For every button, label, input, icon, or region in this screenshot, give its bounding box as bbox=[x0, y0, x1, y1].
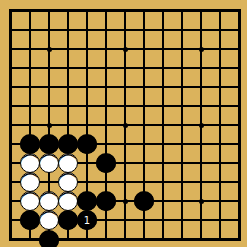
grid-cell bbox=[125, 68, 144, 87]
go-board-diagram: ●●●●○○○●○○○○○●●●●○●●1● bbox=[0, 0, 247, 247]
grid-cell bbox=[163, 163, 182, 182]
grid-cell bbox=[106, 49, 125, 68]
black-stone: ● bbox=[39, 134, 59, 154]
grid-cell bbox=[125, 125, 144, 144]
grid-cell bbox=[182, 30, 201, 49]
grid-cell bbox=[182, 144, 201, 163]
white-stone-glyph: ○ bbox=[39, 210, 59, 230]
grid-cell bbox=[49, 106, 68, 125]
black-stone: ● bbox=[96, 153, 116, 173]
grid-cell bbox=[201, 106, 220, 125]
grid-cell bbox=[220, 144, 239, 163]
star-point bbox=[199, 123, 204, 128]
move-number-label: 1 bbox=[77, 210, 97, 230]
grid-cell bbox=[49, 49, 68, 68]
grid-cell bbox=[163, 11, 182, 30]
grid-cell bbox=[106, 11, 125, 30]
black-stone-glyph: ● bbox=[96, 191, 116, 211]
grid-cell bbox=[30, 11, 49, 30]
grid-cell bbox=[49, 11, 68, 30]
grid-cell bbox=[163, 201, 182, 220]
grid-cell bbox=[87, 49, 106, 68]
grid-cell bbox=[106, 125, 125, 144]
grid-cell bbox=[201, 163, 220, 182]
grid-cell bbox=[201, 144, 220, 163]
star-point bbox=[199, 47, 204, 52]
white-stone: ○ bbox=[58, 191, 78, 211]
grid-cell bbox=[144, 106, 163, 125]
grid-cell bbox=[125, 87, 144, 106]
grid-cell bbox=[144, 49, 163, 68]
grid-cell bbox=[220, 68, 239, 87]
grid-cell bbox=[11, 106, 30, 125]
grid-cell bbox=[163, 30, 182, 49]
grid-cell bbox=[220, 106, 239, 125]
grid-cell bbox=[201, 49, 220, 68]
grid-cell bbox=[144, 163, 163, 182]
grid-cell bbox=[30, 30, 49, 49]
grid-cell bbox=[68, 87, 87, 106]
grid-cell bbox=[144, 11, 163, 30]
star-point bbox=[123, 199, 128, 204]
grid-cell bbox=[68, 11, 87, 30]
grid-cell bbox=[220, 30, 239, 49]
grid-cell bbox=[163, 220, 182, 239]
grid-cell bbox=[163, 144, 182, 163]
grid-cell bbox=[163, 68, 182, 87]
grid-cell bbox=[182, 87, 201, 106]
white-stone-glyph: ○ bbox=[58, 153, 78, 173]
grid-cell bbox=[106, 220, 125, 239]
black-stone-glyph: ● bbox=[58, 134, 78, 154]
white-stone-glyph: ○ bbox=[20, 172, 40, 192]
grid-cell bbox=[68, 68, 87, 87]
black-stone-glyph: ● bbox=[58, 210, 78, 230]
grid-cell bbox=[182, 220, 201, 239]
black-stone-glyph: ● bbox=[20, 210, 40, 230]
grid-cell bbox=[106, 30, 125, 49]
grid-cell bbox=[87, 106, 106, 125]
grid-cell bbox=[125, 30, 144, 49]
grid-cell bbox=[125, 106, 144, 125]
black-stone: ● bbox=[77, 191, 97, 211]
grid-cell bbox=[125, 163, 144, 182]
grid-cell bbox=[68, 106, 87, 125]
black-stone-glyph: ● bbox=[96, 153, 116, 173]
grid-cell bbox=[11, 49, 30, 68]
grid-cell bbox=[144, 87, 163, 106]
grid-cell bbox=[49, 68, 68, 87]
grid-cell bbox=[30, 49, 49, 68]
grid-cell bbox=[163, 182, 182, 201]
white-stone-glyph: ○ bbox=[39, 153, 59, 173]
white-stone: ○ bbox=[20, 172, 40, 192]
white-stone-glyph: ○ bbox=[20, 153, 40, 173]
white-stone-glyph: ○ bbox=[58, 172, 78, 192]
star-point bbox=[47, 123, 52, 128]
grid-cell bbox=[220, 163, 239, 182]
grid-cell bbox=[220, 220, 239, 239]
grid-cell bbox=[144, 68, 163, 87]
white-stone: ○ bbox=[20, 191, 40, 211]
grid-cell bbox=[125, 144, 144, 163]
grid-cell bbox=[220, 87, 239, 106]
white-stone: ○ bbox=[39, 153, 59, 173]
black-stone-glyph: ● bbox=[77, 191, 97, 211]
grid-cell bbox=[11, 11, 30, 30]
grid-cell bbox=[87, 30, 106, 49]
black-stone: ● bbox=[134, 191, 154, 211]
grid-cell bbox=[220, 11, 239, 30]
white-stone: ○ bbox=[39, 191, 59, 211]
grid-cell bbox=[11, 87, 30, 106]
grid-cell bbox=[68, 49, 87, 68]
black-stone-glyph: ● bbox=[77, 134, 97, 154]
grid-cell bbox=[201, 125, 220, 144]
grid-cell bbox=[30, 106, 49, 125]
black-stone-glyph: ● bbox=[39, 134, 59, 154]
grid-cell bbox=[106, 87, 125, 106]
grid-cell bbox=[144, 220, 163, 239]
grid-cell bbox=[182, 201, 201, 220]
grid-cell bbox=[163, 49, 182, 68]
grid-cell bbox=[182, 106, 201, 125]
grid-cell bbox=[201, 87, 220, 106]
grid-cell bbox=[163, 87, 182, 106]
grid-cell bbox=[182, 125, 201, 144]
grid-cell bbox=[220, 201, 239, 220]
star-point bbox=[199, 199, 204, 204]
grid-cell bbox=[87, 11, 106, 30]
star-point bbox=[47, 47, 52, 52]
grid-cell bbox=[163, 106, 182, 125]
grid-cell bbox=[125, 11, 144, 30]
black-stone: ●1 bbox=[77, 210, 97, 230]
grid-cell bbox=[30, 87, 49, 106]
grid-cell bbox=[201, 182, 220, 201]
grid-cell bbox=[125, 220, 144, 239]
white-stone: ○ bbox=[58, 153, 78, 173]
black-stone: ● bbox=[96, 191, 116, 211]
grid-cell bbox=[220, 49, 239, 68]
grid-cell bbox=[201, 30, 220, 49]
black-stone-glyph: ● bbox=[39, 230, 59, 247]
grid-cell bbox=[201, 68, 220, 87]
star-point bbox=[123, 123, 128, 128]
grid-cell bbox=[125, 49, 144, 68]
grid-cell bbox=[87, 87, 106, 106]
grid-cell bbox=[106, 68, 125, 87]
black-stone: ● bbox=[58, 210, 78, 230]
grid-cell bbox=[182, 49, 201, 68]
white-stone-glyph: ○ bbox=[58, 191, 78, 211]
grid-cell bbox=[30, 68, 49, 87]
grid-cell bbox=[182, 163, 201, 182]
white-stone-glyph: ○ bbox=[20, 191, 40, 211]
white-stone: ○ bbox=[39, 210, 59, 230]
white-stone: ○ bbox=[20, 153, 40, 173]
grid-cell bbox=[182, 11, 201, 30]
black-stone-glyph: ● bbox=[20, 134, 40, 154]
grid-cell bbox=[220, 125, 239, 144]
grid-cell bbox=[144, 30, 163, 49]
black-stone: ● bbox=[39, 230, 59, 247]
grid-cell bbox=[144, 125, 163, 144]
grid-cell bbox=[220, 182, 239, 201]
star-point bbox=[123, 47, 128, 52]
grid-cell bbox=[182, 68, 201, 87]
black-stone-glyph: ● bbox=[134, 191, 154, 211]
black-stone: ● bbox=[20, 134, 40, 154]
white-stone-glyph: ○ bbox=[39, 191, 59, 211]
grid-cell bbox=[201, 220, 220, 239]
grid-cell bbox=[11, 68, 30, 87]
grid-cell bbox=[163, 125, 182, 144]
grid-cell bbox=[68, 30, 87, 49]
white-stone: ○ bbox=[58, 172, 78, 192]
grid-cell bbox=[49, 30, 68, 49]
grid-cell bbox=[182, 182, 201, 201]
grid-cell bbox=[106, 106, 125, 125]
grid-cell bbox=[11, 30, 30, 49]
grid-cell bbox=[87, 68, 106, 87]
grid-cell bbox=[144, 144, 163, 163]
grid-cell bbox=[201, 201, 220, 220]
black-stone: ● bbox=[77, 134, 97, 154]
grid-cell bbox=[201, 11, 220, 30]
grid-cell bbox=[49, 87, 68, 106]
black-stone: ● bbox=[58, 134, 78, 154]
black-stone: ● bbox=[20, 210, 40, 230]
